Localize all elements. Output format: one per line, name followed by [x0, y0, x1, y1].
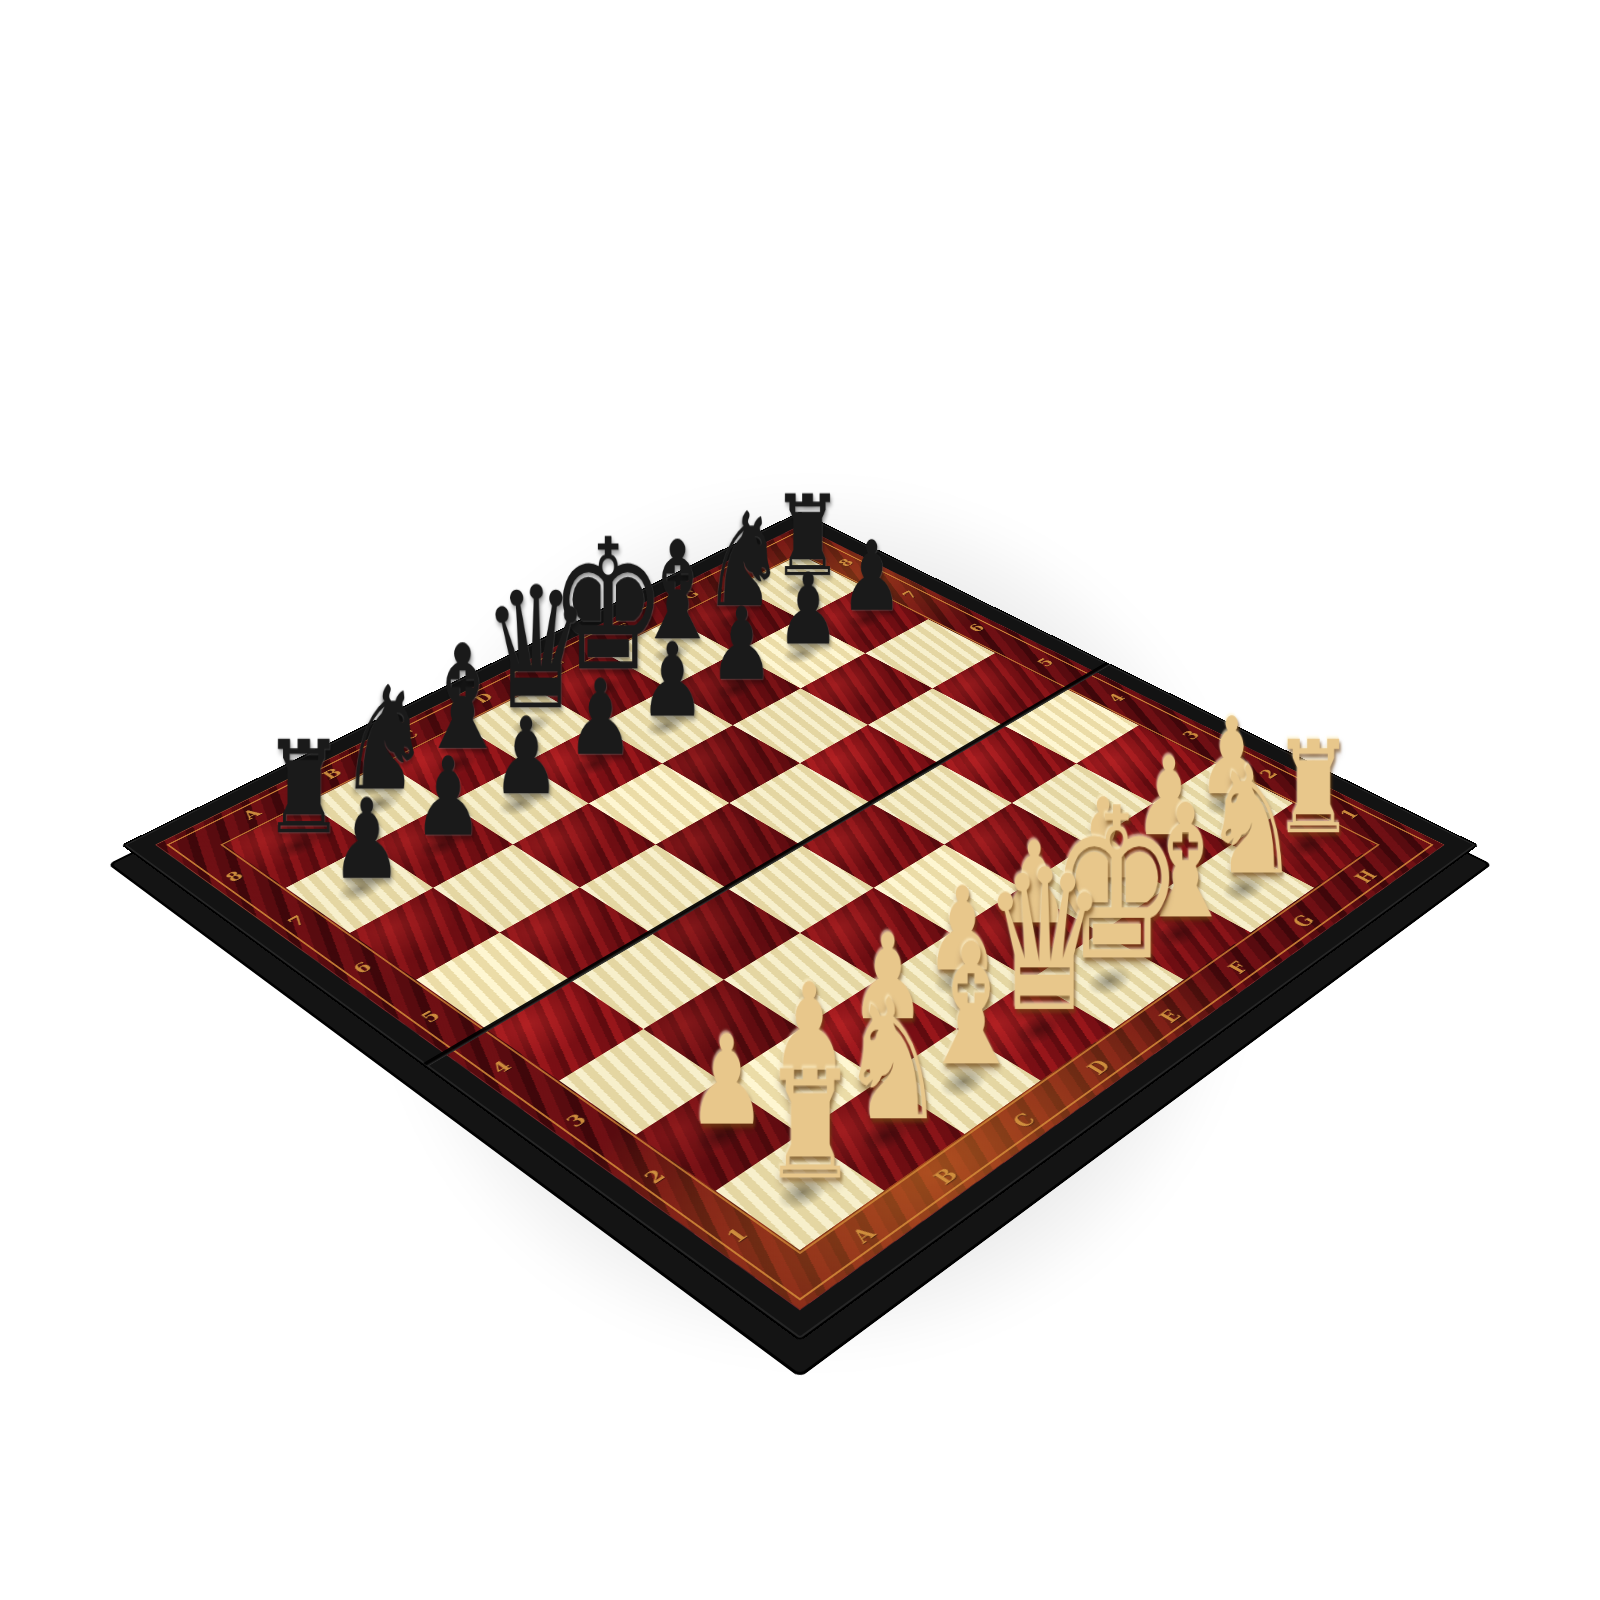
board-surface: ABCDEFGH ABCDEFGH 87654321 87654321 ♜♞♝♛… — [121, 511, 1479, 1341]
black-pawn-glyph: ♟ — [283, 787, 450, 893]
chess-board: ABCDEFGH ABCDEFGH 87654321 87654321 ♜♞♝♛… — [121, 511, 1479, 1341]
white-rook-glyph: ♜ — [715, 1055, 906, 1197]
product-photo-scene: ABCDEFGH ABCDEFGH 87654321 87654321 ♜♞♝♛… — [0, 0, 1600, 1600]
